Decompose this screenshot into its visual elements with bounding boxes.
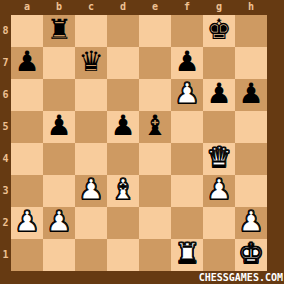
square-g4[interactable]: ♛ [203,143,235,175]
white-king-h1[interactable]: ♚ [238,239,263,270]
square-f5[interactable] [171,111,203,143]
square-b2[interactable]: ♟ [43,207,75,239]
square-c4[interactable] [75,143,107,175]
rank-label-5: 5 [0,111,11,143]
square-a6[interactable] [11,79,43,111]
square-f6[interactable]: ♟ [171,79,203,111]
square-e3[interactable] [139,175,171,207]
white-pawn-c3[interactable]: ♟ [78,175,103,206]
black-pawn-f7[interactable]: ♟ [174,47,199,78]
white-pawn-h2[interactable]: ♟ [238,207,263,238]
square-e1[interactable] [139,239,171,271]
square-h6[interactable]: ♟ [235,79,267,111]
file-label-g: g [203,0,235,15]
square-c7[interactable]: ♛ [75,47,107,79]
square-a1[interactable] [11,239,43,271]
rank-label-4: 4 [0,143,11,175]
square-f8[interactable] [171,15,203,47]
file-label-c: c [75,0,107,15]
square-c2[interactable] [75,207,107,239]
square-b8[interactable]: ♜ [43,15,75,47]
square-d5[interactable]: ♟ [107,111,139,143]
square-g3[interactable]: ♟ [203,175,235,207]
chessgames-watermark: CHESSGAMES.COM [199,271,283,284]
file-label-e: e [139,0,171,15]
rank-label-3: 3 [0,175,11,207]
file-labels: abcdefgh [11,0,267,15]
square-e7[interactable] [139,47,171,79]
square-h3[interactable] [235,175,267,207]
black-pawn-d5[interactable]: ♟ [110,111,135,142]
square-e4[interactable] [139,143,171,175]
black-king-g8[interactable]: ♚ [206,15,231,46]
white-pawn-a2[interactable]: ♟ [14,207,39,238]
square-a8[interactable] [11,15,43,47]
square-f7[interactable]: ♟ [171,47,203,79]
square-h7[interactable] [235,47,267,79]
square-c1[interactable] [75,239,107,271]
black-bishop-e5[interactable]: ♝ [142,111,167,142]
square-h4[interactable] [235,143,267,175]
square-f2[interactable] [171,207,203,239]
white-bishop-d3[interactable]: ♝ [110,175,135,206]
square-g5[interactable] [203,111,235,143]
black-pawn-b5[interactable]: ♟ [46,111,71,142]
square-d6[interactable] [107,79,139,111]
square-b1[interactable] [43,239,75,271]
square-a2[interactable]: ♟ [11,207,43,239]
rank-label-6: 6 [0,79,11,111]
square-g2[interactable] [203,207,235,239]
square-d7[interactable] [107,47,139,79]
square-b5[interactable]: ♟ [43,111,75,143]
chess-board: ♜♚♟♛♟♟♟♟♟♟♝♛♟♝♟♟♟♟♜♚ [11,15,267,271]
file-label-b: b [43,0,75,15]
square-b3[interactable] [43,175,75,207]
square-c3[interactable]: ♟ [75,175,107,207]
file-label-d: d [107,0,139,15]
rank-label-2: 2 [0,207,11,239]
square-d2[interactable] [107,207,139,239]
square-a7[interactable]: ♟ [11,47,43,79]
square-a5[interactable] [11,111,43,143]
white-pawn-b2[interactable]: ♟ [46,207,71,238]
black-pawn-g6[interactable]: ♟ [206,79,231,110]
square-f1[interactable]: ♜ [171,239,203,271]
square-d4[interactable] [107,143,139,175]
square-f3[interactable] [171,175,203,207]
square-e5[interactable]: ♝ [139,111,171,143]
white-queen-g4[interactable]: ♛ [206,143,231,174]
rank-label-8: 8 [0,15,11,47]
square-b6[interactable] [43,79,75,111]
square-c6[interactable] [75,79,107,111]
square-g6[interactable]: ♟ [203,79,235,111]
square-a4[interactable] [11,143,43,175]
square-d8[interactable] [107,15,139,47]
square-d1[interactable] [107,239,139,271]
square-h1[interactable]: ♚ [235,239,267,271]
rank-labels: 87654321 [0,15,11,271]
square-h5[interactable] [235,111,267,143]
file-label-a: a [11,0,43,15]
square-e8[interactable] [139,15,171,47]
chess-diagram: abcdefgh 87654321 ♜♚♟♛♟♟♟♟♟♟♝♛♟♝♟♟♟♟♜♚ C… [0,0,284,284]
square-e2[interactable] [139,207,171,239]
square-g8[interactable]: ♚ [203,15,235,47]
square-h2[interactable]: ♟ [235,207,267,239]
square-e6[interactable] [139,79,171,111]
rank-label-7: 7 [0,47,11,79]
square-f4[interactable] [171,143,203,175]
square-b7[interactable] [43,47,75,79]
white-pawn-g3[interactable]: ♟ [206,175,231,206]
square-g7[interactable] [203,47,235,79]
black-pawn-h6[interactable]: ♟ [238,79,263,110]
black-rook-b8[interactable]: ♜ [46,15,71,46]
square-d3[interactable]: ♝ [107,175,139,207]
white-rook-f1[interactable]: ♜ [174,239,199,270]
square-c5[interactable] [75,111,107,143]
square-h8[interactable] [235,15,267,47]
square-c8[interactable] [75,15,107,47]
square-b4[interactable] [43,143,75,175]
file-label-h: h [235,0,267,15]
square-a3[interactable] [11,175,43,207]
black-pawn-a7[interactable]: ♟ [14,47,39,78]
rank-label-1: 1 [0,239,11,271]
black-queen-c7[interactable]: ♛ [78,47,103,78]
white-pawn-f6[interactable]: ♟ [174,79,199,110]
square-g1[interactable] [203,239,235,271]
file-label-f: f [171,0,203,15]
